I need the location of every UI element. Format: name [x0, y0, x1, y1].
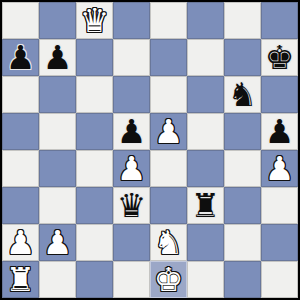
- square-d2[interactable]: [113, 224, 150, 261]
- white-queen-piece[interactable]: ♛: [80, 2, 110, 39]
- square-d8[interactable]: [113, 2, 150, 39]
- square-c7[interactable]: [76, 39, 113, 76]
- black-pawn-piece[interactable]: ♟: [6, 39, 36, 76]
- square-h4[interactable]: ♟: [261, 150, 298, 187]
- square-g6[interactable]: ♞: [224, 76, 261, 113]
- square-c1[interactable]: [76, 261, 113, 298]
- white-knight-piece[interactable]: ♞: [154, 224, 184, 261]
- white-king-piece[interactable]: ♚: [154, 261, 184, 298]
- black-king-piece[interactable]: ♚: [265, 39, 295, 76]
- square-b8[interactable]: [39, 2, 76, 39]
- square-b7[interactable]: ♟: [39, 39, 76, 76]
- chess-board: ♛♟♟♚♞♟♟♟♟♟♛♜♟♟♞♜♚: [2, 2, 298, 298]
- square-d3[interactable]: ♛: [113, 187, 150, 224]
- square-f1[interactable]: [187, 261, 224, 298]
- square-a5[interactable]: [2, 113, 39, 150]
- square-f3[interactable]: ♜: [187, 187, 224, 224]
- square-e1[interactable]: ♚: [150, 261, 187, 298]
- square-c2[interactable]: [76, 224, 113, 261]
- square-d6[interactable]: [113, 76, 150, 113]
- square-e5[interactable]: ♟: [150, 113, 187, 150]
- square-h2[interactable]: [261, 224, 298, 261]
- square-b4[interactable]: [39, 150, 76, 187]
- square-d5[interactable]: ♟: [113, 113, 150, 150]
- square-g2[interactable]: [224, 224, 261, 261]
- square-b1[interactable]: [39, 261, 76, 298]
- square-g7[interactable]: [224, 39, 261, 76]
- square-d4[interactable]: ♟: [113, 150, 150, 187]
- square-f4[interactable]: [187, 150, 224, 187]
- square-g5[interactable]: [224, 113, 261, 150]
- square-h5[interactable]: ♟: [261, 113, 298, 150]
- square-g4[interactable]: [224, 150, 261, 187]
- black-queen-piece[interactable]: ♛: [117, 187, 147, 224]
- square-a7[interactable]: ♟: [2, 39, 39, 76]
- square-h8[interactable]: [261, 2, 298, 39]
- white-pawn-piece[interactable]: ♟: [43, 224, 73, 261]
- square-h3[interactable]: [261, 187, 298, 224]
- square-c5[interactable]: [76, 113, 113, 150]
- square-e8[interactable]: [150, 2, 187, 39]
- square-e3[interactable]: [150, 187, 187, 224]
- square-f6[interactable]: [187, 76, 224, 113]
- black-pawn-piece[interactable]: ♟: [43, 39, 73, 76]
- square-c8[interactable]: ♛: [76, 2, 113, 39]
- square-a6[interactable]: [2, 76, 39, 113]
- square-a3[interactable]: [2, 187, 39, 224]
- square-f8[interactable]: [187, 2, 224, 39]
- black-pawn-piece[interactable]: ♟: [265, 113, 295, 150]
- square-f7[interactable]: [187, 39, 224, 76]
- square-g3[interactable]: [224, 187, 261, 224]
- white-rook-piece[interactable]: ♜: [6, 261, 36, 298]
- square-f5[interactable]: [187, 113, 224, 150]
- square-d7[interactable]: [113, 39, 150, 76]
- square-e2[interactable]: ♞: [150, 224, 187, 261]
- square-a8[interactable]: [2, 2, 39, 39]
- white-pawn-piece[interactable]: ♟: [265, 150, 295, 187]
- square-b5[interactable]: [39, 113, 76, 150]
- square-a4[interactable]: [2, 150, 39, 187]
- white-pawn-piece[interactable]: ♟: [154, 113, 184, 150]
- square-b2[interactable]: ♟: [39, 224, 76, 261]
- square-d1[interactable]: [113, 261, 150, 298]
- square-a2[interactable]: ♟: [2, 224, 39, 261]
- square-b3[interactable]: [39, 187, 76, 224]
- white-pawn-piece[interactable]: ♟: [6, 224, 36, 261]
- black-knight-piece[interactable]: ♞: [228, 76, 258, 113]
- square-e6[interactable]: [150, 76, 187, 113]
- square-e4[interactable]: [150, 150, 187, 187]
- square-g1[interactable]: [224, 261, 261, 298]
- square-g8[interactable]: [224, 2, 261, 39]
- square-h7[interactable]: ♚: [261, 39, 298, 76]
- square-f2[interactable]: [187, 224, 224, 261]
- square-h1[interactable]: [261, 261, 298, 298]
- square-c4[interactable]: [76, 150, 113, 187]
- square-c3[interactable]: [76, 187, 113, 224]
- white-pawn-piece[interactable]: ♟: [117, 150, 147, 187]
- square-c6[interactable]: [76, 76, 113, 113]
- square-a1[interactable]: ♜: [2, 261, 39, 298]
- square-e7[interactable]: [150, 39, 187, 76]
- square-b6[interactable]: [39, 76, 76, 113]
- square-h6[interactable]: [261, 76, 298, 113]
- chess-board-frame: ♛♟♟♚♞♟♟♟♟♟♛♜♟♟♞♜♚: [0, 0, 300, 300]
- black-rook-piece[interactable]: ♜: [191, 187, 221, 224]
- black-pawn-piece[interactable]: ♟: [117, 113, 147, 150]
